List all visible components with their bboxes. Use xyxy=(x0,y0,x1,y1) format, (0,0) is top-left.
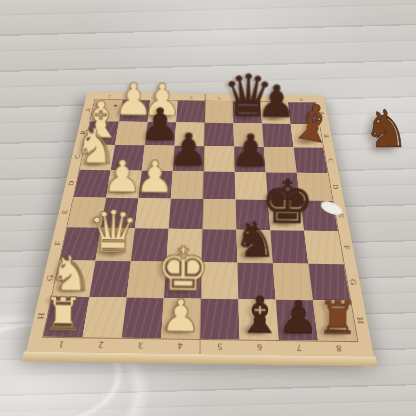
file-label-left-H: H xyxy=(20,309,61,324)
file-label-right-D: D xyxy=(319,182,352,192)
file-label-right-H: H xyxy=(340,313,381,328)
piece-white-queen-f2: ♛ xyxy=(95,228,134,261)
rank-label-bottom-1: 1 xyxy=(40,337,83,353)
rank-label-top-6: 6 xyxy=(233,95,261,103)
white-queen-icon: ♛ xyxy=(87,205,140,261)
file-label-right-G: G xyxy=(334,276,373,289)
rank-label-bottom-5: 5 xyxy=(200,339,240,355)
piece-white-pawn-h4: ♟ xyxy=(161,298,201,339)
rank-label-top-1: 1 xyxy=(95,93,124,101)
offboard-captured-knight-icon: ♞ xyxy=(363,103,410,155)
rank-label-bottom-2: 2 xyxy=(80,337,122,353)
piece-black-pawn-c4: ♟ xyxy=(173,146,205,172)
piece-white-pawn-d2: ♟ xyxy=(106,170,142,198)
file-label-left-G: G xyxy=(30,271,69,284)
scene: 1122334455667788AABBCCDDEEFFGGHH ★ ♝♜♟♚♟… xyxy=(0,0,416,416)
file-label-right-C: C xyxy=(315,156,347,165)
rank-label-top-4: 4 xyxy=(178,94,206,102)
file-label-right-E: E xyxy=(324,210,359,221)
file-label-left-E: E xyxy=(47,206,82,217)
rank-label-bottom-6: 6 xyxy=(240,339,280,355)
piece-black-queen-a6: ♛ xyxy=(233,101,262,123)
rank-label-bottom-7: 7 xyxy=(279,340,320,356)
black-knight-icon: ♞ xyxy=(233,216,277,263)
piece-black-bishop-h6: ♝ xyxy=(238,299,278,340)
white-pawn-icon: ♟ xyxy=(160,295,201,338)
file-label-left-B: B xyxy=(67,128,98,137)
rank-label-bottom-4: 4 xyxy=(160,338,200,354)
piece-black-knight-f6: ♞ xyxy=(236,230,272,264)
black-pawn-icon: ♟ xyxy=(278,297,319,340)
file-label-right-B: B xyxy=(311,132,342,141)
rank-label-top-2: 2 xyxy=(123,93,151,101)
rank-label-bottom-8: 8 xyxy=(318,341,360,357)
rank-label-bottom-3: 3 xyxy=(120,338,161,354)
chess-board: 1122334455667788AABBCCDDEEFFGGHH ★ ♝♜♟♚♟… xyxy=(26,92,374,356)
piece-white-pawn-d3: ♟ xyxy=(138,171,172,199)
file-label-left-C: C xyxy=(61,152,93,161)
rank-label-top-5: 5 xyxy=(205,94,233,102)
rank-label-top-8: 8 xyxy=(287,96,315,104)
black-bishop-icon: ♝ xyxy=(286,96,340,152)
file-label-left-D: D xyxy=(54,178,88,188)
rank-label-top-3: 3 xyxy=(150,94,178,102)
file-label-right-F: F xyxy=(329,241,366,253)
file-label-left-F: F xyxy=(39,237,76,249)
file-label-left-A: A xyxy=(73,106,103,114)
rank-label-top-7: 7 xyxy=(260,95,288,103)
black-bishop-icon: ♝ xyxy=(236,291,282,340)
white-pawn-icon: ♟ xyxy=(102,155,142,198)
file-label-right-A: A xyxy=(308,109,337,117)
